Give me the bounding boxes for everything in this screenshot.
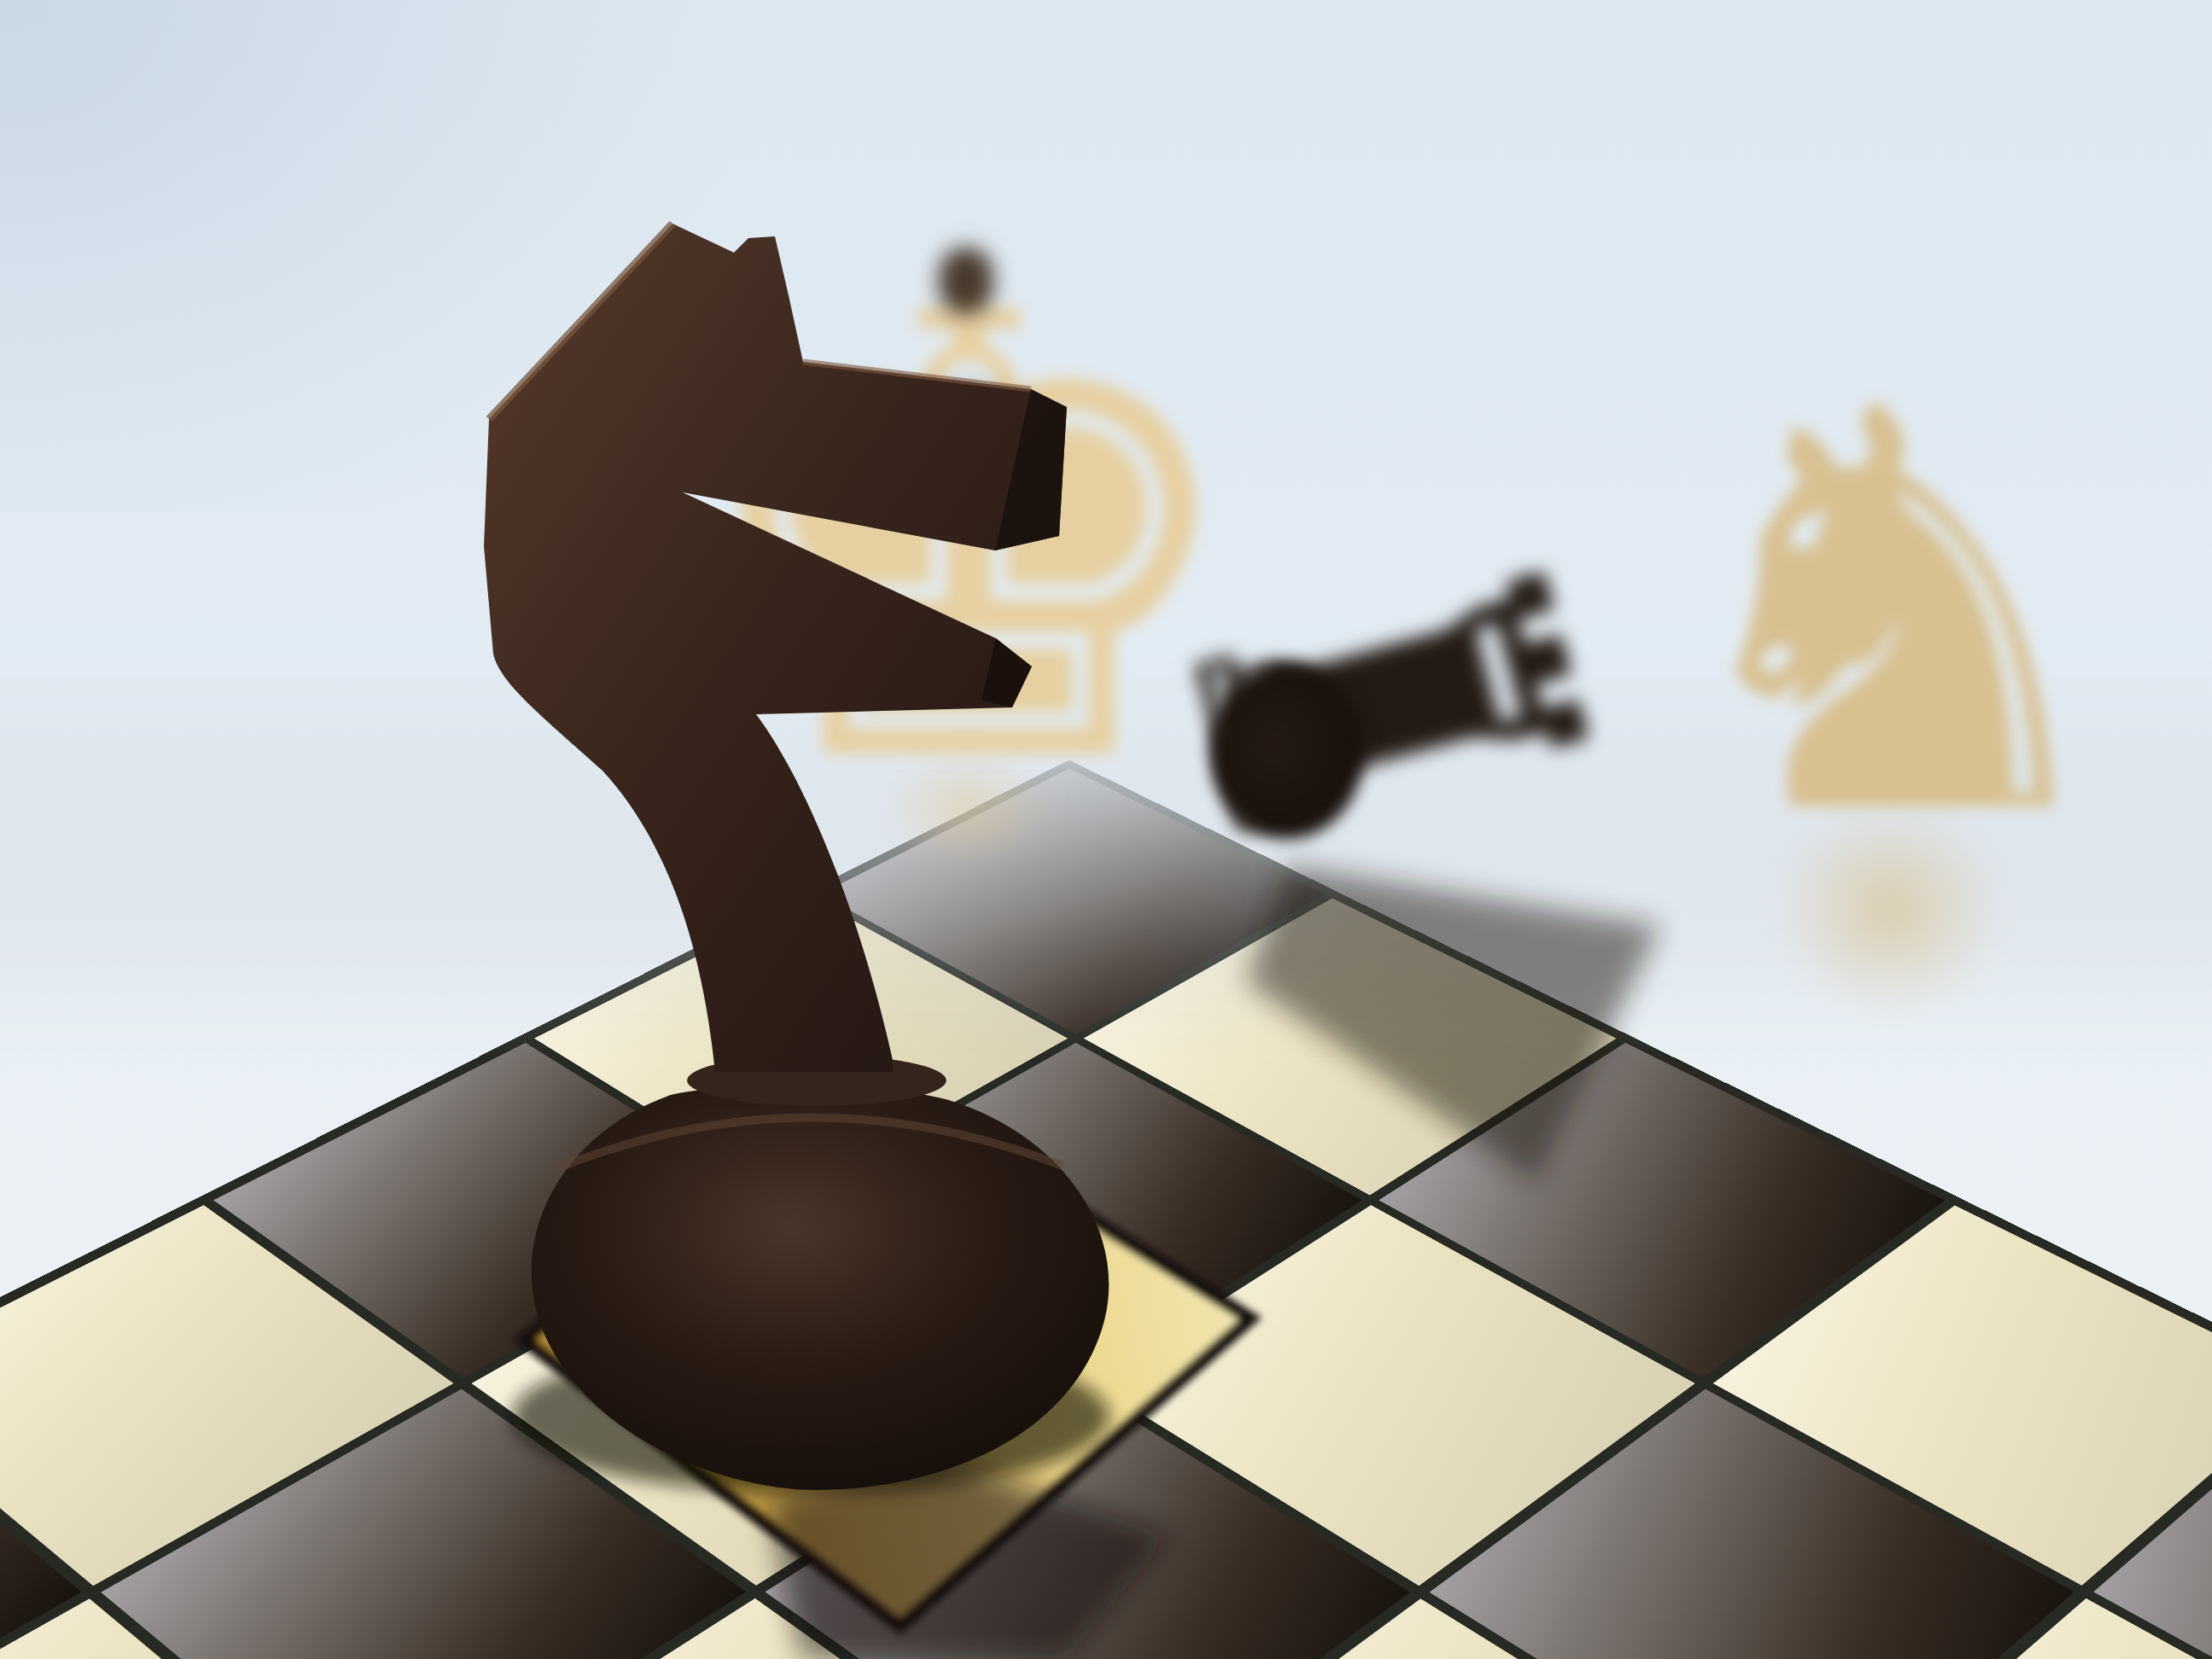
photo-stage: ♚ ♜ ♞ bbox=[0, 0, 2212, 1659]
depth-of-field-haze bbox=[0, 512, 2212, 1058]
